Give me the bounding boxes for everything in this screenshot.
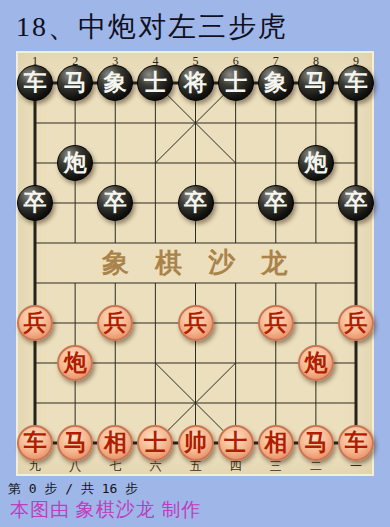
piece-black-卒[interactable]: 卒 (338, 185, 374, 221)
piece-black-车[interactable]: 车 (338, 65, 374, 101)
file-label-bottom-2: 八 (63, 459, 87, 473)
piece-red-马[interactable]: 马 (57, 425, 93, 461)
piece-black-车[interactable]: 车 (17, 65, 53, 101)
piece-black-马[interactable]: 马 (298, 65, 334, 101)
piece-red-车[interactable]: 车 (17, 425, 53, 461)
file-label-bottom-4: 六 (143, 459, 167, 473)
piece-red-兵[interactable]: 兵 (258, 305, 294, 341)
piece-black-卒[interactable]: 卒 (258, 185, 294, 221)
piece-red-兵[interactable]: 兵 (338, 305, 374, 341)
piece-black-炮[interactable]: 炮 (298, 145, 334, 181)
file-label-bottom-3: 七 (103, 459, 127, 473)
piece-black-卒[interactable]: 卒 (97, 185, 133, 221)
piece-red-马[interactable]: 马 (298, 425, 334, 461)
file-label-bottom-5: 五 (184, 459, 208, 473)
piece-black-将[interactable]: 将 (178, 65, 214, 101)
piece-red-兵[interactable]: 兵 (17, 305, 53, 341)
river-watermark: 象棋沙龙 (16, 243, 374, 283)
page-title: 18、中炮对左三步虎 (16, 8, 288, 46)
piece-black-士[interactable]: 士 (218, 65, 254, 101)
piece-black-卒[interactable]: 卒 (17, 185, 53, 221)
piece-red-炮[interactable]: 炮 (57, 345, 93, 381)
piece-black-象[interactable]: 象 (258, 65, 294, 101)
piece-red-帅[interactable]: 帅 (178, 425, 214, 461)
move-counter: 第 0 步 / 共 16 步 (8, 480, 138, 498)
piece-black-象[interactable]: 象 (97, 65, 133, 101)
piece-red-炮[interactable]: 炮 (298, 345, 334, 381)
piece-red-车[interactable]: 车 (338, 425, 374, 461)
file-label-bottom-1: 九 (23, 459, 47, 473)
file-label-bottom-7: 三 (264, 459, 288, 473)
piece-black-卒[interactable]: 卒 (178, 185, 214, 221)
piece-red-兵[interactable]: 兵 (178, 305, 214, 341)
piece-red-相[interactable]: 相 (258, 425, 294, 461)
file-label-bottom-6: 四 (224, 459, 248, 473)
file-label-bottom-8: 二 (304, 459, 328, 473)
piece-black-马[interactable]: 马 (57, 65, 93, 101)
piece-red-相[interactable]: 相 (97, 425, 133, 461)
file-label-bottom-9: 一 (344, 459, 368, 473)
piece-red-兵[interactable]: 兵 (97, 305, 133, 341)
credit-text: 本图由 象棋沙龙 制作 (10, 497, 202, 523)
xiangqi-board: 123456789 象棋沙龙 九八七六五四三二一 车马象士将士象马车炮炮卒卒卒卒… (16, 51, 374, 476)
piece-black-炮[interactable]: 炮 (57, 145, 93, 181)
piece-red-士[interactable]: 士 (218, 425, 254, 461)
